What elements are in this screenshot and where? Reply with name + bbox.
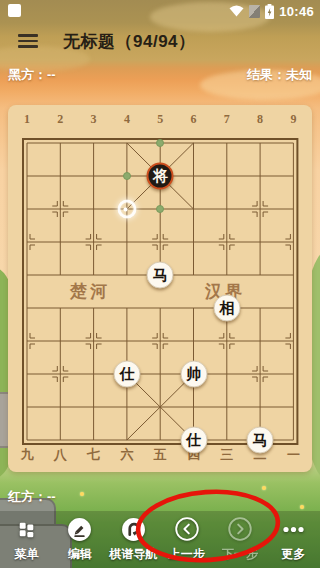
river-label-left: 楚河 [70,280,110,303]
file-label-bottom: 九 [21,446,34,464]
xiangqi-board[interactable]: 123456789九八七六五四三二一楚河汉界将马相仕帅仕马 [8,105,312,472]
app-screen: 10:46 无标题（94/94） 黑方：-- 结果：未知 123456789九八… [0,0,320,568]
flower-art [300,505,304,509]
signal-icon [249,5,260,18]
prev-step-icon [175,514,199,544]
piece-red-仕[interactable]: 仕 [113,361,140,388]
file-label-top: 5 [157,112,163,127]
toolbar-item-label: 上一步 [169,546,205,563]
clock-time: 10:46 [279,4,314,19]
file-label-top: 3 [91,112,97,127]
file-label-bottom: 一 [287,446,300,464]
toolbar-item-more-dots[interactable]: 更多 [267,514,320,568]
file-label-bottom: 五 [154,446,167,464]
title-bar: 无标题（94/94） [0,22,320,60]
file-label-top: 2 [57,112,63,127]
piece-red-马[interactable]: 马 [147,262,174,289]
result-label: 结果：未知 [247,66,312,84]
file-label-top: 7 [224,112,230,127]
notification-square-icon [8,4,21,17]
piece-red-仕[interactable]: 仕 [180,427,207,454]
next-step-icon [228,514,252,544]
bottom-toolbar: 菜单 编辑 棋谱导航 上一步 下一步 更多 [0,514,320,568]
toolbar-item-next-step: 下一步 [213,514,266,568]
file-label-top: 9 [290,112,296,127]
file-label-top: 6 [191,112,197,127]
grid-menu-icon [18,514,35,544]
toolbar-item-prev-step[interactable]: 上一步 [160,514,213,568]
toolbar-item-grid-menu[interactable]: 菜单 [0,514,53,568]
edit-pencil-icon [67,514,92,544]
piece-red-帅[interactable]: 帅 [180,361,207,388]
file-label-bottom: 六 [120,446,133,464]
toolbar-item-label: 菜单 [15,546,39,563]
page-title: 无标题（94/94） [63,30,196,53]
record-nav-icon [121,514,146,544]
board-grid [8,105,312,472]
players-info-bar: 黑方：-- 结果：未知 [0,64,320,86]
move-origin-ring [117,200,136,219]
piece-red-马[interactable]: 马 [247,427,274,454]
toolbar-item-label: 下一步 [222,546,258,563]
more-dots-icon [282,514,305,544]
file-label-top: 1 [24,112,30,127]
file-label-top: 4 [124,112,130,127]
toolbar-item-record-nav[interactable]: 棋谱导航 [107,514,160,568]
toolbar-item-label: 更多 [281,546,305,563]
toolbar-item-label: 棋谱导航 [109,546,157,563]
toolbar-item-edit-pencil[interactable]: 编辑 [53,514,106,568]
piece-black-将[interactable]: 将 [147,163,174,190]
hamburger-icon[interactable] [18,34,38,48]
red-player-label: 红方：-- [8,488,56,506]
wifi-icon [229,5,244,17]
file-label-bottom: 三 [220,446,233,464]
flower-art [80,492,84,496]
move-hint-dot[interactable] [156,139,164,147]
black-player-label: 黑方：-- [8,66,56,84]
toolbar-item-label: 编辑 [68,546,92,563]
piece-red-相[interactable]: 相 [213,295,240,322]
file-label-top: 8 [257,112,263,127]
move-hint-dot[interactable] [123,172,131,180]
flower-art [262,486,266,490]
battery-charging-icon [265,4,274,19]
status-bar: 10:46 [0,0,320,22]
file-label-bottom: 七 [87,446,100,464]
move-hint-dot[interactable] [156,205,164,213]
file-label-bottom: 八 [54,446,67,464]
